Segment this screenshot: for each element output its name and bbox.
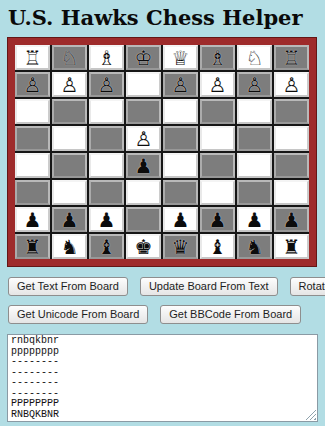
black-pawn-piece: ♟ [283,210,301,230]
square-a2[interactable]: ♙ [274,72,309,97]
black-pawn-piece: ♟ [61,210,79,230]
white-bishop-piece: ♗ [98,48,116,68]
white-king-piece: ♔ [135,48,153,68]
black-knight-piece: ♞ [61,237,79,257]
square-h8[interactable]: ♜ [15,234,50,259]
square-f3[interactable] [89,99,124,124]
square-e8[interactable]: ♚ [126,234,161,259]
square-c7[interactable]: ♟ [200,207,235,232]
square-f5[interactable] [89,153,124,178]
square-d2[interactable]: ♙ [163,72,198,97]
square-e1[interactable]: ♔ [126,45,161,70]
black-knight-piece: ♞ [246,237,264,257]
rotate-text-button[interactable]: Rotate Text [290,277,325,296]
black-pawn-piece: ♟ [209,210,227,230]
page-title: U.S. Hawks Chess Helper [8,5,325,30]
white-pawn-piece: ♙ [283,75,301,95]
white-rook-piece: ♖ [283,48,301,68]
white-pawn-piece: ♙ [246,75,264,95]
square-h6[interactable] [15,180,50,205]
white-rook-piece: ♖ [24,48,42,68]
square-a4[interactable] [274,126,309,151]
square-d8[interactable]: ♛ [163,234,198,259]
square-d3[interactable] [163,99,198,124]
square-g2[interactable]: ♙ [52,72,87,97]
get-bbcode-from-board-button[interactable]: Get BBCode From Board [160,305,301,324]
square-g1[interactable]: ♘ [52,45,87,70]
square-d6[interactable] [163,180,198,205]
square-b6[interactable] [237,180,272,205]
square-b3[interactable] [237,99,272,124]
square-e7[interactable] [126,207,161,232]
button-row-1: Get Text From Board Update Board From Te… [8,277,325,296]
square-b8[interactable]: ♞ [237,234,272,259]
square-f6[interactable] [89,180,124,205]
square-a3[interactable] [274,99,309,124]
square-b1[interactable]: ♘ [237,45,272,70]
square-d5[interactable] [163,153,198,178]
square-e4[interactable]: ♙ [126,126,161,151]
black-bishop-piece: ♝ [209,237,227,257]
square-c1[interactable]: ♗ [200,45,235,70]
square-f1[interactable]: ♗ [89,45,124,70]
page: { "title": "U.S. Hawks Chess Helper", "g… [0,0,325,426]
square-c4[interactable] [200,126,235,151]
square-b5[interactable] [237,153,272,178]
square-g6[interactable] [52,180,87,205]
square-a5[interactable] [274,153,309,178]
white-knight-piece: ♘ [246,48,264,68]
square-f2[interactable]: ♙ [89,72,124,97]
square-h1[interactable]: ♖ [15,45,50,70]
white-pawn-piece: ♙ [24,75,42,95]
white-pawn-piece: ♙ [172,75,190,95]
white-pawn-piece: ♙ [98,75,116,95]
square-a1[interactable]: ♖ [274,45,309,70]
square-b2[interactable]: ♙ [237,72,272,97]
black-pawn-piece: ♟ [98,210,116,230]
square-h4[interactable] [15,126,50,151]
get-unicode-from-board-button[interactable]: Get Unicode From Board [8,305,148,324]
square-a6[interactable] [274,180,309,205]
square-e2[interactable] [126,72,161,97]
square-h2[interactable]: ♙ [15,72,50,97]
black-pawn-piece: ♟ [246,210,264,230]
black-king-piece: ♚ [135,237,153,257]
square-d4[interactable] [163,126,198,151]
white-knight-piece: ♘ [61,48,79,68]
black-pawn-piece: ♟ [172,210,190,230]
square-h5[interactable] [15,153,50,178]
white-bishop-piece: ♗ [209,48,227,68]
black-pawn-piece: ♟ [135,156,153,176]
square-g5[interactable] [52,153,87,178]
square-b7[interactable]: ♟ [237,207,272,232]
square-d1[interactable]: ♕ [163,45,198,70]
black-rook-piece: ♜ [283,237,301,257]
square-g3[interactable] [52,99,87,124]
square-h7[interactable]: ♟ [15,207,50,232]
get-text-from-board-button[interactable]: Get Text From Board [8,277,128,296]
square-e3[interactable] [126,99,161,124]
square-c5[interactable] [200,153,235,178]
square-c8[interactable]: ♝ [200,234,235,259]
square-h3[interactable] [15,99,50,124]
square-e5[interactable]: ♟ [126,153,161,178]
white-queen-piece: ♕ [172,48,190,68]
square-g8[interactable]: ♞ [52,234,87,259]
square-a7[interactable]: ♟ [274,207,309,232]
black-queen-piece: ♛ [172,237,190,257]
square-f7[interactable]: ♟ [89,207,124,232]
square-g7[interactable]: ♟ [52,207,87,232]
white-pawn-piece: ♙ [61,75,79,95]
black-bishop-piece: ♝ [98,237,116,257]
position-textarea-wrap: rnbqkbnr pppppppp -------- -------- ----… [7,334,318,422]
square-d7[interactable]: ♟ [163,207,198,232]
black-pawn-piece: ♟ [24,210,42,230]
white-pawn-piece: ♙ [135,129,153,149]
square-c2[interactable]: ♙ [200,72,235,97]
square-f4[interactable] [89,126,124,151]
update-board-from-text-button[interactable]: Update Board From Text [140,277,278,296]
black-rook-piece: ♜ [24,237,42,257]
square-e6[interactable] [126,180,161,205]
square-c3[interactable] [200,99,235,124]
square-f8[interactable]: ♝ [89,234,124,259]
position-textarea[interactable]: rnbqkbnr pppppppp -------- -------- ----… [7,334,318,422]
square-b4[interactable] [237,126,272,151]
button-row-2: Get Unicode From Board Get BBCode From B… [8,305,325,324]
square-c6[interactable] [200,180,235,205]
white-pawn-piece: ♙ [209,75,227,95]
square-g4[interactable] [52,126,87,151]
chess-board: ♖♘♗♔♕♗♘♖♙♙♙♙♙♙♙♙♟♟♟♟♟♟♟♟♜♞♝♚♛♝♞♜ [8,38,316,266]
square-a8[interactable]: ♜ [274,234,309,259]
